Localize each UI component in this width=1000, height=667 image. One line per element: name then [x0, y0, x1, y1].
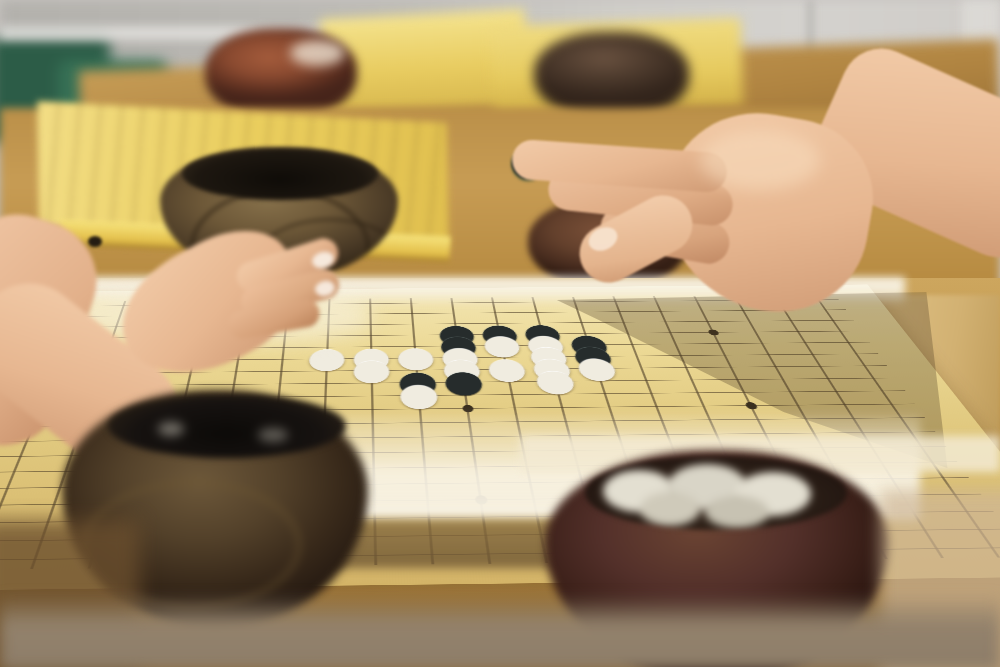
go-classroom-photo: { "game": "go", "board_size": 19, "posit… [0, 0, 1000, 667]
left-hand-group [0, 0, 1000, 667]
